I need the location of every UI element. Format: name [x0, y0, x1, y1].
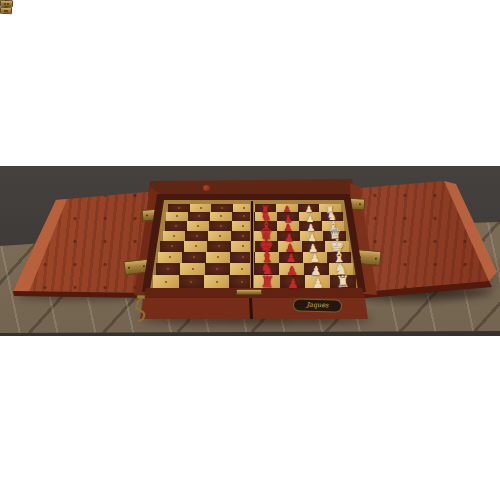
maker-plate: Jaques: [293, 298, 342, 312]
white-pawn[interactable]: ♟: [312, 277, 324, 290]
latch-hook-icon: [131, 294, 151, 326]
pieces-layer: ♜♟♟♜♞♟♟♞♝♟♟♝♛♟♟♛♚♟♟♚♝♟♟♝♞♟♟♞♜♟♟♜: [0, 0, 500, 500]
fold-hinge-plate-icon: [236, 289, 262, 295]
white-rook[interactable]: ♜: [336, 274, 351, 290]
red-pawn[interactable]: ♟: [287, 277, 299, 290]
red-rook[interactable]: ♜: [260, 274, 275, 290]
maker-plate-text: Jaques: [306, 302, 328, 309]
scene: ♜♟♟♜♞♟♟♞♝♟♟♝♛♟♟♛♚♟♟♚♝♟♟♝♞♟♟♞♜♟♟♜ Jaques: [0, 0, 500, 500]
